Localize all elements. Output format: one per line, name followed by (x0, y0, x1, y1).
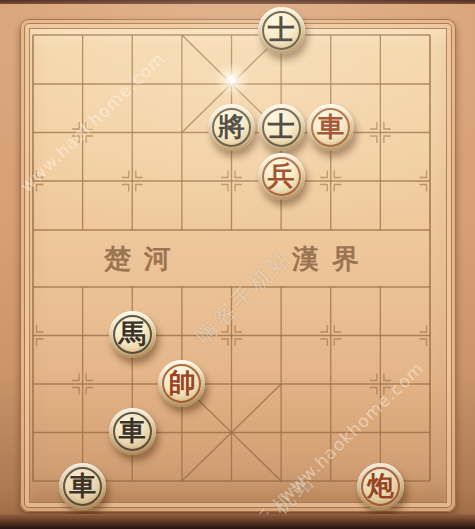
piece-black-general[interactable]: 將 (208, 104, 255, 151)
piece-black-horse[interactable]: 馬 (109, 311, 156, 358)
piece-black-chariot-1[interactable]: 車 (109, 408, 156, 455)
piece-character: 馬 (119, 320, 146, 347)
piece-character: 將 (218, 113, 245, 140)
bottom-edge-strip (0, 514, 475, 529)
piece-character: 帥 (168, 369, 195, 396)
piece-character: 車 (317, 113, 344, 140)
piece-character: 士 (268, 16, 295, 43)
piece-character: 車 (69, 472, 96, 499)
piece-red-soldier[interactable]: 兵 (258, 153, 305, 200)
piece-character: 士 (268, 113, 295, 140)
piece-red-chariot[interactable]: 車 (307, 104, 354, 151)
piece-black-advisor-2[interactable]: 士 (258, 104, 305, 151)
piece-character: 炮 (367, 472, 394, 499)
piece-character: 兵 (268, 162, 295, 189)
pieces-layer: 士將士車兵馬帥車車炮 (0, 0, 475, 529)
piece-red-general[interactable]: 帥 (158, 360, 205, 407)
piece-red-cannon[interactable]: 炮 (357, 463, 404, 510)
piece-character: 車 (119, 417, 146, 444)
xiangqi-app-screen: 楚河 漢界 ✦ 士將士車兵馬帥車車炮 www.haokhome.com www.… (0, 0, 475, 529)
piece-black-advisor-1[interactable]: 士 (258, 7, 305, 54)
piece-black-chariot-2[interactable]: 車 (59, 463, 106, 510)
